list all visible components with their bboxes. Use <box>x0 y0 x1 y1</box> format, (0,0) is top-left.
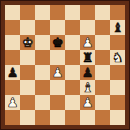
square-e3[interactable] <box>65 80 80 95</box>
square-h6[interactable] <box>110 35 125 50</box>
piece-white-king: ♚ <box>22 35 34 50</box>
square-c6[interactable] <box>35 35 50 50</box>
square-g8[interactable] <box>95 5 110 20</box>
square-g5[interactable] <box>95 50 110 65</box>
square-c2[interactable] <box>35 95 50 110</box>
square-c3[interactable] <box>35 80 50 95</box>
square-e5[interactable] <box>65 50 80 65</box>
square-f3[interactable]: ♝ <box>80 80 95 95</box>
square-f7[interactable] <box>80 20 95 35</box>
piece-black-pawn: ♟ <box>7 65 19 80</box>
square-f4[interactable]: ♟ <box>80 65 95 80</box>
piece-white-bishop: ♝ <box>82 80 94 95</box>
square-g7[interactable] <box>95 20 110 35</box>
square-a3[interactable] <box>5 80 20 95</box>
square-d1[interactable] <box>50 110 65 125</box>
square-b3[interactable] <box>20 80 35 95</box>
piece-black-king: ♚ <box>52 35 64 50</box>
square-f6[interactable]: ♟ <box>80 35 95 50</box>
piece-white-pawn: ♟ <box>82 95 94 110</box>
square-c5[interactable] <box>35 50 50 65</box>
chess-board-frame: ♝♚♚♟♜♞♟♟♟♝♟♟ <box>0 0 130 130</box>
square-f1[interactable] <box>80 110 95 125</box>
piece-black-rook: ♜ <box>82 50 94 65</box>
square-d7[interactable] <box>50 20 65 35</box>
square-d3[interactable] <box>50 80 65 95</box>
square-h5[interactable]: ♞ <box>110 50 125 65</box>
square-f2[interactable]: ♟ <box>80 95 95 110</box>
piece-white-pawn: ♟ <box>82 35 94 50</box>
square-e7[interactable] <box>65 20 80 35</box>
square-b1[interactable] <box>20 110 35 125</box>
square-b6[interactable]: ♚ <box>20 35 35 50</box>
square-h8[interactable] <box>110 5 125 20</box>
square-a7[interactable] <box>5 20 20 35</box>
square-c7[interactable] <box>35 20 50 35</box>
square-e2[interactable] <box>65 95 80 110</box>
square-b5[interactable] <box>20 50 35 65</box>
square-g2[interactable] <box>95 95 110 110</box>
piece-black-bishop: ♝ <box>112 20 124 35</box>
square-g3[interactable] <box>95 80 110 95</box>
square-a8[interactable] <box>5 5 20 20</box>
square-e4[interactable] <box>65 65 80 80</box>
square-e1[interactable] <box>65 110 80 125</box>
square-c8[interactable] <box>35 5 50 20</box>
square-h3[interactable] <box>110 80 125 95</box>
square-e6[interactable] <box>65 35 80 50</box>
square-e8[interactable] <box>65 5 80 20</box>
square-b2[interactable] <box>20 95 35 110</box>
square-a6[interactable] <box>5 35 20 50</box>
square-g6[interactable] <box>95 35 110 50</box>
square-c4[interactable] <box>35 65 50 80</box>
square-g4[interactable] <box>95 65 110 80</box>
chess-board: ♝♚♚♟♜♞♟♟♟♝♟♟ <box>5 5 125 125</box>
piece-black-pawn: ♟ <box>82 65 94 80</box>
square-b8[interactable] <box>20 5 35 20</box>
piece-white-pawn: ♟ <box>7 95 19 110</box>
square-h7[interactable]: ♝ <box>110 20 125 35</box>
square-h2[interactable] <box>110 95 125 110</box>
square-h4[interactable] <box>110 65 125 80</box>
square-a4[interactable]: ♟ <box>5 65 20 80</box>
square-d8[interactable] <box>50 5 65 20</box>
square-a5[interactable] <box>5 50 20 65</box>
square-d4[interactable]: ♟ <box>50 65 65 80</box>
square-d6[interactable]: ♚ <box>50 35 65 50</box>
piece-white-pawn: ♟ <box>52 65 64 80</box>
square-f5[interactable]: ♜ <box>80 50 95 65</box>
square-f8[interactable] <box>80 5 95 20</box>
piece-white-knight: ♞ <box>112 50 124 65</box>
square-d2[interactable] <box>50 95 65 110</box>
square-h1[interactable] <box>110 110 125 125</box>
square-g1[interactable] <box>95 110 110 125</box>
square-a2[interactable]: ♟ <box>5 95 20 110</box>
square-b4[interactable] <box>20 65 35 80</box>
square-c1[interactable] <box>35 110 50 125</box>
square-d5[interactable] <box>50 50 65 65</box>
square-b7[interactable] <box>20 20 35 35</box>
square-a1[interactable] <box>5 110 20 125</box>
